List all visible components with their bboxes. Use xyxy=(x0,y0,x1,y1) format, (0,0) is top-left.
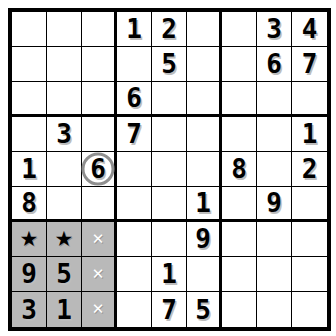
digit: 1 xyxy=(302,121,318,147)
digit: 2 xyxy=(161,16,177,42)
cell-r5c8[interactable] xyxy=(257,152,292,187)
cell-r3c2[interactable] xyxy=(47,82,82,117)
cell-r4c8[interactable] xyxy=(257,117,292,152)
digit: 1 xyxy=(21,156,37,182)
cell-r6c6[interactable]: 1 xyxy=(187,187,222,222)
cell-r8c4[interactable] xyxy=(117,257,152,292)
cell-r6c9[interactable] xyxy=(292,187,327,222)
cell-r4c9[interactable]: 1 xyxy=(292,117,327,152)
cell-r4c7[interactable] xyxy=(222,117,257,152)
cell-r9c7[interactable] xyxy=(222,292,257,327)
cell-r7c1[interactable]: ★ xyxy=(12,222,47,257)
cell-r3c3[interactable] xyxy=(82,82,117,117)
cell-r1c4[interactable]: 1 xyxy=(117,12,152,47)
cell-r6c8[interactable]: 9 xyxy=(257,187,292,222)
cell-r3c8[interactable] xyxy=(257,82,292,117)
cell-r1c9[interactable]: 4 xyxy=(292,12,327,47)
cell-r8c1[interactable]: 9 xyxy=(12,257,47,292)
cell-r6c2[interactable] xyxy=(47,187,82,222)
digit: 8 xyxy=(231,156,247,182)
star-icon: ★ xyxy=(55,229,74,250)
digit: 6 xyxy=(266,51,282,77)
digit: 2 xyxy=(302,156,318,182)
cell-r7c4[interactable] xyxy=(117,222,152,257)
cell-r2c4[interactable] xyxy=(117,47,152,82)
star-icon: ★ xyxy=(20,229,39,250)
puzzle-page: 123456763711682819★★✕995✕131✕75 xyxy=(0,0,336,336)
cell-r9c5[interactable]: 7 xyxy=(152,292,187,327)
cell-r5c6[interactable] xyxy=(187,152,222,187)
cell-r2c1[interactable] xyxy=(12,47,47,82)
cell-r5c2[interactable] xyxy=(47,152,82,187)
cell-r8c8[interactable] xyxy=(257,257,292,292)
cell-r6c5[interactable] xyxy=(152,187,187,222)
cell-r9c8[interactable] xyxy=(257,292,292,327)
cell-r2c6[interactable] xyxy=(187,47,222,82)
cell-r5c7[interactable]: 8 xyxy=(222,152,257,187)
cell-r4c5[interactable] xyxy=(152,117,187,152)
digit: 3 xyxy=(21,297,37,323)
digit: 8 xyxy=(21,190,37,216)
cell-r9c3[interactable]: ✕ xyxy=(82,292,117,327)
cell-r9c9[interactable] xyxy=(292,292,327,327)
cell-r1c8[interactable]: 3 xyxy=(257,12,292,47)
digit: 7 xyxy=(161,297,177,323)
digit: 3 xyxy=(56,121,72,147)
cell-r7c3[interactable]: ✕ xyxy=(82,222,117,257)
digit: 9 xyxy=(21,261,37,287)
cell-r6c3[interactable] xyxy=(82,187,117,222)
cell-r7c2[interactable]: ★ xyxy=(47,222,82,257)
cell-r2c5[interactable]: 5 xyxy=(152,47,187,82)
sudoku-board: 123456763711682819★★✕995✕131✕75 xyxy=(8,8,331,331)
cell-r3c5[interactable] xyxy=(152,82,187,117)
cell-r3c4[interactable]: 6 xyxy=(117,82,152,117)
digit: 6 xyxy=(90,156,106,182)
cell-r4c6[interactable] xyxy=(187,117,222,152)
digit: 1 xyxy=(126,16,142,42)
cell-r8c9[interactable] xyxy=(292,257,327,292)
cell-r8c2[interactable]: 5 xyxy=(47,257,82,292)
cross-icon: ✕ xyxy=(92,232,105,247)
cell-r6c1[interactable]: 8 xyxy=(12,187,47,222)
cell-r1c7[interactable] xyxy=(222,12,257,47)
cell-r1c5[interactable]: 2 xyxy=(152,12,187,47)
cell-r8c6[interactable] xyxy=(187,257,222,292)
cell-r5c9[interactable]: 2 xyxy=(292,152,327,187)
cell-r1c3[interactable] xyxy=(82,12,117,47)
cell-r4c1[interactable] xyxy=(12,117,47,152)
cell-r9c2[interactable]: 1 xyxy=(47,292,82,327)
digit: 1 xyxy=(195,190,211,216)
cross-icon: ✕ xyxy=(92,302,105,317)
cell-r7c5[interactable] xyxy=(152,222,187,257)
cell-r3c9[interactable] xyxy=(292,82,327,117)
digit: 9 xyxy=(195,226,211,252)
cell-r2c7[interactable] xyxy=(222,47,257,82)
cell-r6c4[interactable] xyxy=(117,187,152,222)
cell-r4c3[interactable] xyxy=(82,117,117,152)
cell-r7c6[interactable]: 9 xyxy=(187,222,222,257)
cell-r9c6[interactable]: 5 xyxy=(187,292,222,327)
cell-r8c3[interactable]: ✕ xyxy=(82,257,117,292)
cell-r3c7[interactable] xyxy=(222,82,257,117)
cell-r4c2[interactable]: 3 xyxy=(47,117,82,152)
digit: 7 xyxy=(302,51,318,77)
cell-r2c2[interactable] xyxy=(47,47,82,82)
cell-r2c3[interactable] xyxy=(82,47,117,82)
cell-r2c9[interactable]: 7 xyxy=(292,47,327,82)
digit: 1 xyxy=(161,261,177,287)
cell-r1c6[interactable] xyxy=(187,12,222,47)
digit: 5 xyxy=(161,51,177,77)
cell-r7c7[interactable] xyxy=(222,222,257,257)
digit: 9 xyxy=(266,190,282,216)
cell-r5c5[interactable] xyxy=(152,152,187,187)
digit: 4 xyxy=(302,16,318,42)
digit: 1 xyxy=(56,297,72,323)
cell-r4c4[interactable]: 7 xyxy=(117,117,152,152)
digit: 6 xyxy=(126,85,142,111)
cell-r7c9[interactable] xyxy=(292,222,327,257)
digit: 5 xyxy=(56,261,72,287)
cell-r5c3[interactable]: 6 xyxy=(82,152,117,187)
cell-r9c4[interactable] xyxy=(117,292,152,327)
cell-r8c5[interactable]: 1 xyxy=(152,257,187,292)
cell-r8c7[interactable] xyxy=(222,257,257,292)
cell-r3c6[interactable] xyxy=(187,82,222,117)
cross-icon: ✕ xyxy=(92,267,105,282)
digit: 7 xyxy=(126,121,142,147)
cell-r9c1[interactable]: 3 xyxy=(12,292,47,327)
cell-r3c1[interactable] xyxy=(12,82,47,117)
cell-r1c1[interactable] xyxy=(12,12,47,47)
cell-r2c8[interactable]: 6 xyxy=(257,47,292,82)
cell-r6c7[interactable] xyxy=(222,187,257,222)
digit: 3 xyxy=(266,16,282,42)
cell-r5c1[interactable]: 1 xyxy=(12,152,47,187)
cell-r1c2[interactable] xyxy=(47,12,82,47)
cell-r7c8[interactable] xyxy=(257,222,292,257)
cell-r5c4[interactable] xyxy=(117,152,152,187)
digit: 5 xyxy=(195,297,211,323)
